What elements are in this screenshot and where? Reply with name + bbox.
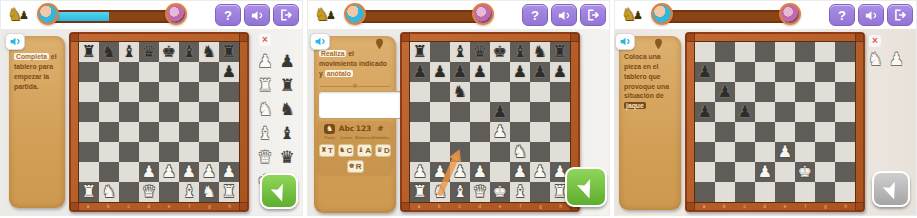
board-square[interactable] bbox=[99, 122, 119, 142]
board-square[interactable] bbox=[410, 82, 430, 102]
tray-piece-white[interactable]: ♛ bbox=[257, 149, 272, 166]
board-square[interactable] bbox=[835, 182, 855, 202]
board-square[interactable] bbox=[735, 162, 755, 182]
board-square[interactable] bbox=[795, 182, 815, 202]
chess-piece-white[interactable]: ♛ bbox=[473, 184, 487, 200]
help-button[interactable]: ? bbox=[829, 4, 855, 26]
read-aloud-button[interactable] bbox=[310, 33, 330, 50]
chess-piece-black[interactable]: ♟ bbox=[718, 84, 732, 100]
board-square[interactable] bbox=[835, 62, 855, 82]
key-queen-D[interactable]: ♛D bbox=[375, 144, 391, 157]
board-square[interactable]: ♟ bbox=[510, 62, 530, 82]
board-square[interactable] bbox=[755, 42, 775, 62]
board-square[interactable]: ♝ bbox=[179, 182, 199, 202]
tray-piece-white[interactable]: ♞ bbox=[257, 101, 272, 118]
board-square[interactable]: ♜ bbox=[550, 42, 570, 62]
tray-piece-black[interactable]: ♝ bbox=[279, 125, 294, 142]
board-square[interactable] bbox=[119, 162, 139, 182]
board-square[interactable]: ♝ bbox=[179, 42, 199, 62]
board-square[interactable] bbox=[99, 142, 119, 162]
board-square[interactable]: ♟ bbox=[490, 122, 510, 142]
board-square[interactable]: ♟ bbox=[735, 102, 755, 122]
chess-piece-white[interactable]: ♟ bbox=[202, 164, 216, 180]
confirm-button[interactable] bbox=[260, 173, 298, 209]
chess-piece-white[interactable]: ♞ bbox=[102, 184, 116, 200]
board-square[interactable]: ♟ bbox=[550, 62, 570, 82]
board-square[interactable] bbox=[139, 102, 159, 122]
board-square[interactable] bbox=[695, 42, 715, 62]
board-square[interactable]: ♟ bbox=[450, 62, 470, 82]
board-square[interactable] bbox=[79, 102, 99, 122]
chess-piece-black[interactable]: ♞ bbox=[202, 44, 216, 60]
board-square[interactable] bbox=[99, 162, 119, 182]
chess-piece-black[interactable]: ♟ bbox=[413, 64, 427, 80]
tab-letras[interactable]: AbcLetras bbox=[338, 124, 355, 140]
board-square[interactable] bbox=[735, 62, 755, 82]
tray-piece-white[interactable]: ♟ bbox=[257, 53, 272, 70]
board-square[interactable] bbox=[159, 62, 179, 82]
board-square[interactable] bbox=[835, 42, 855, 62]
tray-piece-white[interactable]: ♜ bbox=[257, 77, 272, 94]
board-square[interactable]: ♝ bbox=[510, 42, 530, 62]
board-square[interactable] bbox=[510, 82, 530, 102]
board-square[interactable] bbox=[159, 142, 179, 162]
exit-button[interactable] bbox=[887, 4, 913, 26]
board-square[interactable] bbox=[695, 82, 715, 102]
board-square[interactable] bbox=[199, 122, 219, 142]
board-square[interactable] bbox=[795, 82, 815, 102]
chess-piece-black[interactable]: ♝ bbox=[453, 44, 467, 60]
board-square[interactable] bbox=[490, 82, 510, 102]
board-square[interactable] bbox=[715, 182, 735, 202]
board-square[interactable] bbox=[99, 102, 119, 122]
board-square[interactable] bbox=[795, 62, 815, 82]
board-square[interactable] bbox=[835, 122, 855, 142]
board-square[interactable] bbox=[835, 82, 855, 102]
board-square[interactable]: ♟ bbox=[490, 102, 510, 122]
board-square[interactable]: ♞ bbox=[530, 42, 550, 62]
tab-numeros[interactable]: 123Números bbox=[355, 124, 372, 140]
tray-piece-white[interactable]: ♟ bbox=[889, 51, 904, 68]
board-square[interactable]: ♟ bbox=[219, 62, 239, 82]
chess-piece-white[interactable]: ♛ bbox=[142, 184, 156, 200]
file-label: h bbox=[836, 203, 856, 210]
chess-piece-black[interactable]: ♟ bbox=[698, 104, 712, 120]
board-square[interactable]: ♚ bbox=[795, 162, 815, 182]
board-square[interactable] bbox=[795, 102, 815, 122]
board-square[interactable]: ♟ bbox=[450, 162, 470, 182]
tray-piece-white[interactable]: ♝ bbox=[257, 125, 272, 142]
chess-piece-white[interactable]: ♞ bbox=[513, 144, 527, 160]
tab-pieza[interactable]: ♞Pieza bbox=[321, 124, 338, 140]
board-square[interactable] bbox=[795, 122, 815, 142]
board-square[interactable] bbox=[430, 82, 450, 102]
board-square[interactable] bbox=[119, 82, 139, 102]
key-rook-T[interactable]: ♜T bbox=[319, 144, 335, 157]
board-square[interactable] bbox=[199, 82, 219, 102]
board-square[interactable] bbox=[430, 142, 450, 162]
board-corner bbox=[239, 33, 248, 42]
chess-piece-black[interactable]: ♟ bbox=[533, 64, 547, 80]
board-square[interactable] bbox=[775, 42, 795, 62]
board-square[interactable]: ♝ bbox=[450, 42, 470, 62]
board-square[interactable]: ♟ bbox=[430, 162, 450, 182]
chess-piece-black[interactable]: ♝ bbox=[513, 44, 527, 60]
chess-piece-white[interactable]: ♟ bbox=[533, 164, 547, 180]
board-square[interactable] bbox=[99, 62, 119, 82]
board-square[interactable]: ♞ bbox=[99, 182, 119, 202]
board-square[interactable]: ♛ bbox=[139, 42, 159, 62]
lesson-content: Realiza el movimiento indicado y anótalo… bbox=[308, 29, 609, 215]
board-square[interactable]: ♟ bbox=[530, 162, 550, 182]
board-square[interactable] bbox=[815, 82, 835, 102]
board-square[interactable]: ♜ bbox=[219, 42, 239, 62]
board-square[interactable] bbox=[139, 122, 159, 142]
board-square[interactable] bbox=[715, 162, 735, 182]
board-square[interactable]: ♞ bbox=[99, 42, 119, 62]
board-square[interactable] bbox=[490, 62, 510, 82]
chess-piece-white[interactable]: ♟ bbox=[493, 124, 507, 140]
board-square[interactable] bbox=[79, 62, 99, 82]
sound-button[interactable] bbox=[858, 4, 884, 26]
chess-piece-black[interactable]: ♝ bbox=[182, 44, 196, 60]
board-square[interactable] bbox=[159, 102, 179, 122]
chess-piece-white[interactable]: ♟ bbox=[413, 164, 427, 180]
chess-piece-white[interactable]: ♟ bbox=[513, 164, 527, 180]
board-square[interactable] bbox=[735, 142, 755, 162]
board-square[interactable] bbox=[755, 62, 775, 82]
confirm-button[interactable] bbox=[565, 167, 607, 207]
chess-board: ♜♝♛♚♝♞♜♟♟♟♟♟♟♟♞♟♟♞♟♟♟♟♟♟♟♜♞♝♛♚♝♜ abcdefg… bbox=[400, 32, 580, 212]
file-label: e bbox=[490, 203, 510, 210]
chess-piece-black[interactable]: ♛ bbox=[473, 44, 487, 60]
chess-piece-white[interactable]: ♟ bbox=[433, 164, 447, 180]
board-square[interactable]: ♟ bbox=[410, 162, 430, 182]
instruction-highlight: Realiza bbox=[319, 50, 346, 57]
chess-piece-white[interactable]: ♟ bbox=[182, 164, 196, 180]
chess-piece-black[interactable]: ♟ bbox=[553, 64, 567, 80]
board-square[interactable]: ♟ bbox=[179, 162, 199, 182]
chess-piece-white[interactable]: ♝ bbox=[513, 184, 527, 200]
board-square[interactable] bbox=[179, 102, 199, 122]
chess-piece-white[interactable]: ♟ bbox=[758, 164, 772, 180]
board-square[interactable] bbox=[179, 82, 199, 102]
board-square[interactable] bbox=[179, 142, 199, 162]
board-square[interactable]: ♝ bbox=[450, 182, 470, 202]
board-square[interactable]: ♟ bbox=[715, 82, 735, 102]
chess-piece-black[interactable]: ♞ bbox=[533, 44, 547, 60]
board-square[interactable] bbox=[775, 62, 795, 82]
board-square[interactable] bbox=[119, 142, 139, 162]
board-square[interactable] bbox=[815, 62, 835, 82]
board-square[interactable] bbox=[755, 122, 775, 142]
chess-piece-black[interactable]: ♟ bbox=[222, 64, 236, 80]
board-square[interactable]: ♛ bbox=[139, 182, 159, 202]
board-square[interactable] bbox=[179, 122, 199, 142]
chess-piece-white[interactable]: ♜ bbox=[82, 184, 96, 200]
help-button[interactable]: ? bbox=[215, 4, 241, 26]
board-square[interactable] bbox=[775, 82, 795, 102]
tray-piece-black[interactable]: ♟ bbox=[279, 53, 294, 70]
board-square[interactable] bbox=[835, 102, 855, 122]
chess-piece-white[interactable]: ♞ bbox=[202, 184, 216, 200]
board-square[interactable] bbox=[119, 102, 139, 122]
board-square[interactable] bbox=[795, 42, 815, 62]
board-square[interactable] bbox=[735, 122, 755, 142]
logo-pawn-glyph: ♟ bbox=[633, 9, 643, 22]
board-square[interactable] bbox=[219, 82, 239, 102]
board-square[interactable] bbox=[815, 42, 835, 62]
chess-piece-black[interactable]: ♟ bbox=[493, 104, 507, 120]
board-square[interactable] bbox=[530, 122, 550, 142]
board-square[interactable] bbox=[795, 142, 815, 162]
board-square[interactable]: ♜ bbox=[410, 42, 430, 62]
board-square[interactable]: ♞ bbox=[199, 42, 219, 62]
chess-piece-black[interactable]: ♝ bbox=[122, 44, 136, 60]
board-square[interactable] bbox=[530, 182, 550, 202]
chess-piece-white[interactable]: ♟ bbox=[142, 164, 156, 180]
board-square[interactable] bbox=[79, 162, 99, 182]
board-square[interactable] bbox=[815, 102, 835, 122]
read-aloud-button[interactable] bbox=[5, 33, 25, 50]
chess-piece-black[interactable]: ♟ bbox=[698, 64, 712, 80]
board-square[interactable] bbox=[139, 82, 159, 102]
board-square[interactable]: ♜ bbox=[79, 182, 99, 202]
board-square[interactable] bbox=[530, 102, 550, 122]
chess-board: ♟♟♟♟♟♟♚ abcdefgh bbox=[685, 32, 865, 212]
board-square[interactable] bbox=[199, 62, 219, 82]
key-knight-C[interactable]: ♞C bbox=[338, 144, 354, 157]
chess-piece-white[interactable]: ♟ bbox=[778, 144, 792, 160]
sound-button[interactable] bbox=[551, 4, 577, 26]
chess-piece-black[interactable]: ♞ bbox=[453, 84, 467, 100]
board-square[interactable] bbox=[430, 102, 450, 122]
board-square[interactable] bbox=[430, 42, 450, 62]
board-square[interactable] bbox=[219, 122, 239, 142]
queen-icon: ♛ bbox=[377, 146, 383, 154]
board-square[interactable] bbox=[470, 102, 490, 122]
board-square[interactable] bbox=[410, 102, 430, 122]
board-square[interactable] bbox=[470, 142, 490, 162]
board-square[interactable]: ♟ bbox=[755, 162, 775, 182]
board-square[interactable]: ♟ bbox=[530, 62, 550, 82]
board-square[interactable] bbox=[159, 122, 179, 142]
board-square[interactable]: ♛ bbox=[470, 42, 490, 62]
board-square[interactable]: ♜ bbox=[219, 182, 239, 202]
tray-piece-black[interactable]: ♛ bbox=[279, 149, 294, 166]
board-square[interactable] bbox=[815, 122, 835, 142]
board-square[interactable] bbox=[79, 122, 99, 142]
board-square[interactable] bbox=[510, 122, 530, 142]
chess-piece-black[interactable]: ♛ bbox=[142, 44, 156, 60]
board-square[interactable] bbox=[755, 182, 775, 202]
chess-piece-white[interactable]: ♟ bbox=[453, 164, 467, 180]
board-square[interactable]: ♟ bbox=[219, 162, 239, 182]
chess-piece-white[interactable]: ♝ bbox=[453, 184, 467, 200]
board-square[interactable] bbox=[450, 142, 470, 162]
board-square[interactable]: ♚ bbox=[490, 42, 510, 62]
board-square[interactable] bbox=[815, 182, 835, 202]
chess-piece-white[interactable]: ♚ bbox=[798, 164, 812, 180]
board-square[interactable] bbox=[715, 102, 735, 122]
board-square[interactable] bbox=[775, 182, 795, 202]
board-square[interactable]: ♟ bbox=[510, 162, 530, 182]
board-square[interactable] bbox=[450, 122, 470, 142]
tray-piece-black[interactable]: ♞ bbox=[279, 101, 294, 118]
chess-piece-black[interactable]: ♜ bbox=[553, 44, 567, 60]
board-square[interactable] bbox=[450, 102, 470, 122]
board-square[interactable] bbox=[99, 82, 119, 102]
board-square[interactable] bbox=[715, 62, 735, 82]
board-square[interactable] bbox=[755, 102, 775, 122]
board-square[interactable] bbox=[755, 82, 775, 102]
board-square[interactable] bbox=[755, 142, 775, 162]
board-square[interactable] bbox=[470, 122, 490, 142]
help-button[interactable]: ? bbox=[522, 4, 548, 26]
board-square[interactable] bbox=[735, 42, 755, 62]
board-square[interactable]: ♞ bbox=[450, 82, 470, 102]
board-square[interactable] bbox=[735, 182, 755, 202]
board-square[interactable]: ♟ bbox=[695, 102, 715, 122]
board-square[interactable] bbox=[695, 162, 715, 182]
key-king-R[interactable]: ♚R bbox=[347, 160, 364, 173]
board-square[interactable]: ♜ bbox=[79, 42, 99, 62]
chess-piece-black[interactable]: ♜ bbox=[222, 44, 236, 60]
tray-piece-white[interactable]: ♞ bbox=[868, 51, 883, 68]
board-square[interactable]: ♟ bbox=[159, 162, 179, 182]
chess-piece-black[interactable]: ♞ bbox=[102, 44, 116, 60]
board-square[interactable]: ♞ bbox=[510, 142, 530, 162]
board-square[interactable]: ♟ bbox=[410, 62, 430, 82]
lesson-progress-bar bbox=[37, 2, 187, 28]
board-square[interactable] bbox=[410, 122, 430, 142]
board-square[interactable] bbox=[775, 122, 795, 142]
board-square[interactable] bbox=[550, 122, 570, 142]
chess-piece-black[interactable]: ♟ bbox=[738, 104, 752, 120]
board-square[interactable] bbox=[490, 162, 510, 182]
board-square[interactable]: ♟ bbox=[775, 142, 795, 162]
chess-piece-black[interactable]: ♟ bbox=[473, 64, 487, 80]
board-square[interactable]: ♟ bbox=[470, 62, 490, 82]
board-square[interactable] bbox=[119, 122, 139, 142]
tab-glyph: Abc bbox=[339, 124, 355, 134]
chess-piece-black[interactable]: ♜ bbox=[413, 44, 427, 60]
piece-tray: ♞♟ bbox=[868, 51, 905, 68]
chess-piece-white[interactable]: ♜ bbox=[413, 184, 427, 200]
board-square[interactable] bbox=[550, 102, 570, 122]
board-square[interactable]: ♜ bbox=[410, 182, 430, 202]
board-square[interactable] bbox=[695, 182, 715, 202]
board-square[interactable]: ♝ bbox=[510, 182, 530, 202]
board-square[interactable] bbox=[815, 142, 835, 162]
exit-button[interactable] bbox=[580, 4, 606, 26]
board-square[interactable] bbox=[79, 82, 99, 102]
chess-piece-white[interactable]: ♝ bbox=[182, 184, 196, 200]
board-square[interactable] bbox=[139, 142, 159, 162]
board-square[interactable]: ♞ bbox=[199, 182, 219, 202]
chess-piece-white[interactable]: ♟ bbox=[222, 164, 236, 180]
sound-button[interactable] bbox=[244, 4, 270, 26]
board-square[interactable] bbox=[735, 82, 755, 102]
chess-piece-white[interactable]: ♜ bbox=[222, 184, 236, 200]
tab-simbolos[interactable]: #Símbolos bbox=[372, 124, 389, 140]
board-square[interactable] bbox=[470, 82, 490, 102]
board-square[interactable] bbox=[79, 142, 99, 162]
board-square[interactable] bbox=[835, 142, 855, 162]
board-square[interactable]: ♝ bbox=[119, 42, 139, 62]
chess-piece-black[interactable]: ♟ bbox=[513, 64, 527, 80]
board-square[interactable] bbox=[715, 142, 735, 162]
chess-piece-black[interactable]: ♟ bbox=[433, 64, 447, 80]
board-square[interactable]: ♚ bbox=[159, 42, 179, 62]
board-square[interactable] bbox=[815, 162, 835, 182]
board-square[interactable]: ♟ bbox=[199, 162, 219, 182]
board-square[interactable]: ♟ bbox=[139, 162, 159, 182]
chess-piece-black[interactable]: ♜ bbox=[82, 44, 96, 60]
board-square[interactable] bbox=[775, 102, 795, 122]
tray-piece-black[interactable]: ♜ bbox=[279, 77, 294, 94]
board-square[interactable] bbox=[199, 102, 219, 122]
board-square[interactable] bbox=[695, 122, 715, 142]
board-square[interactable] bbox=[179, 62, 199, 82]
board-square[interactable]: ♛ bbox=[470, 182, 490, 202]
board-square[interactable] bbox=[119, 62, 139, 82]
chess-piece-black[interactable]: ♚ bbox=[493, 44, 507, 60]
read-aloud-button[interactable] bbox=[615, 33, 635, 50]
chess-piece-black[interactable]: ♟ bbox=[453, 64, 467, 80]
board-square[interactable]: ♚ bbox=[490, 182, 510, 202]
board-square[interactable] bbox=[550, 82, 570, 102]
board-square[interactable] bbox=[219, 102, 239, 122]
board-square[interactable] bbox=[775, 162, 795, 182]
board-square[interactable] bbox=[530, 142, 550, 162]
speaker-icon bbox=[250, 8, 265, 23]
chess-piece-white[interactable]: ♚ bbox=[493, 184, 507, 200]
board-square[interactable] bbox=[199, 142, 219, 162]
app-logo-icon: ♞♟ bbox=[619, 3, 645, 27]
board-square[interactable]: ♞ bbox=[430, 182, 450, 202]
board-square[interactable] bbox=[159, 182, 179, 202]
board-square[interactable] bbox=[139, 62, 159, 82]
chess-piece-white[interactable]: ♟ bbox=[162, 164, 176, 180]
board-square[interactable] bbox=[430, 122, 450, 142]
close-icon[interactable]: × bbox=[869, 35, 881, 47]
board-square[interactable]: ♟ bbox=[695, 62, 715, 82]
board-square[interactable] bbox=[715, 122, 735, 142]
board-square[interactable] bbox=[530, 82, 550, 102]
exit-button[interactable] bbox=[273, 4, 299, 26]
board-corner bbox=[855, 202, 864, 211]
board-square[interactable] bbox=[550, 142, 570, 162]
chess-piece-black[interactable]: ♚ bbox=[162, 44, 176, 60]
board-square[interactable] bbox=[219, 142, 239, 162]
key-bishop-A[interactable]: ♝A bbox=[357, 144, 373, 157]
confirm-button-disabled[interactable] bbox=[872, 171, 910, 207]
board-square[interactable] bbox=[510, 102, 530, 122]
board-square[interactable] bbox=[490, 142, 510, 162]
chess-piece-white[interactable]: ♞ bbox=[433, 184, 447, 200]
board-square[interactable]: ♟ bbox=[430, 62, 450, 82]
board-square[interactable] bbox=[835, 162, 855, 182]
board-square[interactable] bbox=[695, 142, 715, 162]
chess-piece-white[interactable]: ♟ bbox=[473, 164, 487, 180]
board-square[interactable] bbox=[119, 182, 139, 202]
close-icon[interactable]: × bbox=[259, 34, 271, 46]
board-square[interactable]: ♟ bbox=[470, 162, 490, 182]
board-square[interactable] bbox=[715, 42, 735, 62]
board-square[interactable] bbox=[159, 82, 179, 102]
board-square[interactable] bbox=[410, 142, 430, 162]
